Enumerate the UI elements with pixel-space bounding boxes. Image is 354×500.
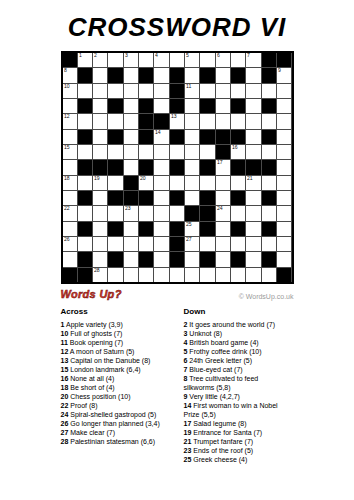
cell-r5c7 bbox=[154, 114, 168, 128]
clue-text: Full of ghosts (7) bbox=[70, 330, 122, 337]
cell-r9c9[interactable] bbox=[185, 176, 199, 190]
clue-text: Entrance for Santa (7) bbox=[193, 429, 262, 436]
clue-num-label: 16 bbox=[61, 375, 69, 382]
cell-r1c9[interactable]: 5 bbox=[185, 53, 199, 67]
cell-r4c9[interactable] bbox=[185, 99, 199, 113]
cell-r4c1[interactable] bbox=[63, 99, 77, 113]
cell-r2c6 bbox=[139, 68, 153, 82]
cell-r10c15[interactable] bbox=[277, 191, 291, 205]
cell-r1c13[interactable]: 7 bbox=[246, 53, 260, 67]
cell-r6c7[interactable]: 14 bbox=[154, 130, 168, 144]
cell-r10c5 bbox=[124, 191, 138, 205]
cell-r9c8[interactable] bbox=[170, 176, 184, 190]
cell-r14c11[interactable] bbox=[216, 252, 230, 266]
cell-r10c1[interactable] bbox=[63, 191, 77, 205]
cell-r9c15[interactable] bbox=[277, 176, 291, 190]
across-clue-12: 12 A moon of Saturn (5) bbox=[61, 347, 184, 356]
cell-r7c6[interactable] bbox=[139, 145, 153, 159]
cell-r7c15[interactable] bbox=[277, 145, 291, 159]
cell-r12c12 bbox=[231, 222, 245, 236]
cell-r4c14 bbox=[262, 99, 276, 113]
cell-r14c8 bbox=[170, 252, 184, 266]
cell-r9c2[interactable] bbox=[78, 176, 92, 190]
cell-r14c10 bbox=[200, 252, 214, 266]
cell-r7c2[interactable] bbox=[78, 145, 92, 159]
clue-number: 11 bbox=[186, 84, 191, 89]
clue-number: 9 bbox=[278, 68, 281, 73]
cell-r1c4[interactable] bbox=[108, 53, 122, 67]
clue-text: A moon of Saturn (5) bbox=[70, 348, 135, 355]
cell-r7c10[interactable] bbox=[200, 145, 214, 159]
cell-r4c7[interactable] bbox=[154, 99, 168, 113]
cell-r3c6[interactable] bbox=[139, 84, 153, 98]
cell-r5c1[interactable]: 12 bbox=[63, 114, 77, 128]
down-clue-25: 25 Greek cheese (4) bbox=[184, 455, 294, 464]
cell-r12c9[interactable]: 25 bbox=[185, 222, 199, 236]
cell-r3c15[interactable] bbox=[277, 84, 291, 98]
cell-r1c6[interactable] bbox=[139, 53, 153, 67]
cell-r2c10 bbox=[200, 68, 214, 82]
cell-r8c14 bbox=[262, 160, 276, 174]
cell-r2c8 bbox=[170, 68, 184, 82]
across-clue-list: 1 Apple variety (3,9)10 Full of ghosts (… bbox=[61, 320, 184, 446]
cell-r13c1[interactable]: 26 bbox=[63, 237, 77, 251]
cell-r1c2[interactable]: 1 bbox=[78, 53, 92, 67]
cell-r7c5[interactable] bbox=[124, 145, 138, 159]
cell-r9c6[interactable]: 20 bbox=[139, 176, 153, 190]
cell-r3c11[interactable] bbox=[216, 84, 230, 98]
cell-r3c12[interactable] bbox=[231, 84, 245, 98]
cell-r6c1[interactable] bbox=[63, 130, 77, 144]
down-clue-8: 8 Tree cultivated to feed silkworms (5,8… bbox=[184, 374, 294, 392]
cell-r14c1[interactable] bbox=[63, 252, 77, 266]
clue-number: 8 bbox=[64, 68, 67, 73]
cell-r6c13[interactable] bbox=[246, 130, 260, 144]
cell-r4c13[interactable] bbox=[246, 99, 260, 113]
cell-r6c5[interactable] bbox=[124, 130, 138, 144]
cell-r14c9[interactable] bbox=[185, 252, 199, 266]
down-clue-5: 5 Frothy coffee drink (10) bbox=[184, 347, 294, 356]
cell-r6c9[interactable] bbox=[185, 130, 199, 144]
cell-r7c14[interactable] bbox=[262, 145, 276, 159]
cell-r12c11[interactable] bbox=[216, 222, 230, 236]
cell-r8c6 bbox=[139, 160, 153, 174]
cell-r4c11[interactable] bbox=[216, 99, 230, 113]
clue-number: 2 bbox=[94, 53, 97, 58]
cell-r11c15[interactable] bbox=[277, 206, 291, 220]
clue-text: Make clear (7) bbox=[70, 429, 115, 436]
clue-num-label: 23 bbox=[184, 447, 192, 454]
cell-r13c14[interactable] bbox=[262, 237, 276, 251]
clue-num-label: 27 bbox=[61, 429, 69, 436]
cell-r6c15[interactable] bbox=[277, 130, 291, 144]
cell-r9c5 bbox=[124, 176, 138, 190]
cell-r3c1[interactable]: 10 bbox=[63, 84, 77, 98]
cell-r3c3[interactable] bbox=[93, 84, 107, 98]
crossword-page: CROSSWORD VI 123456789101112131415161718… bbox=[0, 0, 354, 500]
clue-text: None at all (4) bbox=[70, 375, 114, 382]
cell-r10c7[interactable] bbox=[154, 191, 168, 205]
cell-r11c7[interactable] bbox=[154, 206, 168, 220]
cell-r6c11 bbox=[216, 130, 230, 144]
cell-r14c15[interactable] bbox=[277, 252, 291, 266]
clue-num-label: 25 bbox=[184, 456, 192, 463]
cell-r15c11[interactable] bbox=[216, 268, 230, 282]
clue-num-label: 21 bbox=[184, 438, 192, 445]
cell-r5c12[interactable] bbox=[231, 114, 245, 128]
wordsup-logo: Words Up? bbox=[61, 288, 122, 300]
across-clue-16: 16 None at all (4) bbox=[61, 374, 184, 383]
across-clue-1: 1 Apple variety (3,9) bbox=[61, 320, 184, 329]
clue-number: 20 bbox=[140, 176, 146, 181]
cell-r12c7[interactable] bbox=[154, 222, 168, 236]
clue-num-label: 13 bbox=[61, 357, 69, 364]
cell-r12c4 bbox=[108, 222, 122, 236]
cell-r2c4 bbox=[108, 68, 122, 82]
across-clue-13: 13 Capital on the Danube (8) bbox=[61, 356, 184, 365]
clue-text: Chess position (10) bbox=[70, 393, 130, 400]
cell-r14c13[interactable] bbox=[246, 252, 260, 266]
clue-number: 12 bbox=[64, 114, 70, 119]
across-clue-22: 22 Proof (8) bbox=[61, 401, 184, 410]
cell-r2c12 bbox=[231, 68, 245, 82]
cell-r3c9[interactable]: 11 bbox=[185, 84, 199, 98]
cell-r11c8[interactable] bbox=[170, 206, 184, 220]
clue-num-label: 20 bbox=[61, 393, 69, 400]
cell-r3c13[interactable] bbox=[246, 84, 260, 98]
down-header: Down bbox=[184, 307, 294, 316]
cell-r9c13[interactable]: 21 bbox=[246, 176, 260, 190]
cell-r5c15[interactable] bbox=[277, 114, 291, 128]
cell-r9c3[interactable]: 19 bbox=[93, 176, 107, 190]
cell-r2c15[interactable]: 9 bbox=[277, 68, 291, 82]
cell-r12c2 bbox=[78, 222, 92, 236]
cell-r3c10[interactable] bbox=[200, 84, 214, 98]
cell-r5c11[interactable] bbox=[216, 114, 230, 128]
clue-number: 3 bbox=[125, 53, 128, 58]
clue-num-label: 5 bbox=[184, 348, 188, 355]
cell-r4c4 bbox=[108, 99, 122, 113]
clue-number: 21 bbox=[247, 176, 253, 181]
clue-num-label: 8 bbox=[184, 375, 188, 382]
cell-r8c5[interactable] bbox=[124, 160, 138, 174]
clue-num-label: 12 bbox=[61, 348, 69, 355]
cell-r13c15[interactable] bbox=[277, 237, 291, 251]
cell-r5c4[interactable] bbox=[108, 114, 122, 128]
clue-text: Capital on the Danube (8) bbox=[70, 357, 150, 364]
cell-r11c11[interactable]: 24 bbox=[216, 206, 230, 220]
cell-r4c12 bbox=[231, 99, 245, 113]
cell-r13c2[interactable] bbox=[78, 237, 92, 251]
cell-r13c3[interactable] bbox=[93, 237, 107, 251]
cell-r1c10[interactable] bbox=[200, 53, 214, 67]
cell-r14c3[interactable] bbox=[93, 252, 107, 266]
clue-text: First woman to win a Nobel Prize (5,5) bbox=[184, 402, 278, 418]
clue-text: Greek cheese (4) bbox=[193, 456, 247, 463]
cell-r11c3[interactable] bbox=[93, 206, 107, 220]
cell-r11c6[interactable] bbox=[139, 206, 153, 220]
cell-r12c5[interactable] bbox=[124, 222, 138, 236]
clue-number: 28 bbox=[94, 268, 100, 273]
cell-r12c8 bbox=[170, 222, 184, 236]
cell-r5c13[interactable] bbox=[246, 114, 260, 128]
down-clue-23: 23 Ends of the roof (5) bbox=[184, 446, 294, 455]
cell-r5c2[interactable] bbox=[78, 114, 92, 128]
cell-r7c1[interactable]: 15 bbox=[63, 145, 77, 159]
cell-r1c8[interactable] bbox=[170, 53, 184, 67]
clue-num-label: 4 bbox=[184, 339, 188, 346]
cell-r15c12[interactable] bbox=[231, 268, 245, 282]
cell-r11c14[interactable] bbox=[262, 206, 276, 220]
cell-r13c12[interactable] bbox=[231, 237, 245, 251]
cell-r3c7[interactable] bbox=[154, 84, 168, 98]
clue-number: 25 bbox=[186, 222, 192, 227]
cell-r1c5[interactable]: 3 bbox=[124, 53, 138, 67]
cell-r10c11[interactable] bbox=[216, 191, 230, 205]
cell-r13c9[interactable]: 27 bbox=[185, 237, 199, 251]
cell-r15c1 bbox=[63, 268, 77, 282]
cell-r1c12[interactable] bbox=[231, 53, 245, 67]
cell-r15c2 bbox=[78, 268, 92, 282]
cell-r13c11[interactable] bbox=[216, 237, 230, 251]
down-clue-6: 6 24th Greek letter (5) bbox=[184, 356, 294, 365]
cell-r13c4[interactable] bbox=[108, 237, 122, 251]
clue-number: 24 bbox=[217, 206, 223, 211]
page-title: CROSSWORD VI bbox=[0, 0, 354, 42]
cell-r9c4[interactable] bbox=[108, 176, 122, 190]
cell-r6c10 bbox=[200, 130, 214, 144]
cell-r6c12 bbox=[231, 130, 245, 144]
cell-r5c10[interactable] bbox=[200, 114, 214, 128]
clue-number: 4 bbox=[155, 53, 158, 58]
clue-num-label: 22 bbox=[61, 402, 69, 409]
cell-r2c13[interactable] bbox=[246, 68, 260, 82]
cell-r9c1[interactable]: 18 bbox=[63, 176, 77, 190]
cell-r10c9[interactable] bbox=[185, 191, 199, 205]
cell-r7c11 bbox=[216, 145, 230, 159]
cell-r8c13 bbox=[246, 160, 260, 174]
across-clue-15: 15 London landmark (6,4) bbox=[61, 365, 184, 374]
cell-r6c8 bbox=[170, 130, 184, 144]
cell-r4c10 bbox=[200, 99, 214, 113]
cell-r15c4[interactable] bbox=[108, 268, 122, 282]
cell-r3c2[interactable] bbox=[78, 84, 92, 98]
cell-r15c10[interactable] bbox=[200, 268, 214, 282]
cell-r11c1[interactable]: 22 bbox=[63, 206, 77, 220]
down-clue-list: 2 It goes around the world (7)3 Unknot (… bbox=[184, 320, 294, 464]
cell-r3c5[interactable] bbox=[124, 84, 138, 98]
cell-r5c8[interactable]: 13 bbox=[170, 114, 184, 128]
clue-num-label: 1 bbox=[61, 321, 65, 328]
cell-r10c3[interactable] bbox=[93, 191, 107, 205]
cell-r1c3[interactable]: 2 bbox=[93, 53, 107, 67]
cell-r8c7[interactable] bbox=[154, 160, 168, 174]
cell-r6c14 bbox=[262, 130, 276, 144]
cell-r2c3[interactable] bbox=[93, 68, 107, 82]
cell-r15c14[interactable] bbox=[262, 268, 276, 282]
across-clues: Across 1 Apple variety (3,9)10 Full of g… bbox=[61, 307, 184, 464]
cell-r13c5[interactable] bbox=[124, 237, 138, 251]
cell-r15c6[interactable] bbox=[139, 268, 153, 282]
down-clue-19: 19 Entrance for Santa (7) bbox=[184, 428, 294, 437]
down-clue-2: 2 It goes around the world (7) bbox=[184, 320, 294, 329]
cell-r13c6[interactable] bbox=[139, 237, 153, 251]
cell-r15c13[interactable] bbox=[246, 268, 260, 282]
down-clue-21: 21 Trumpet fanfare (7) bbox=[184, 437, 294, 446]
clue-number: 15 bbox=[64, 145, 70, 150]
cell-r15c5[interactable] bbox=[124, 268, 138, 282]
cell-r7c13[interactable] bbox=[246, 145, 260, 159]
cell-r2c1[interactable]: 8 bbox=[63, 68, 77, 82]
clue-number: 5 bbox=[186, 53, 189, 58]
clue-num-label: 3 bbox=[184, 330, 188, 337]
cell-r12c15[interactable] bbox=[277, 222, 291, 236]
cell-r1c14 bbox=[262, 53, 276, 67]
cell-r2c7[interactable] bbox=[154, 68, 168, 82]
cell-r4c15[interactable] bbox=[277, 99, 291, 113]
down-clues: Down 2 It goes around the world (7)3 Unk… bbox=[184, 307, 294, 464]
clue-number: 18 bbox=[64, 176, 70, 181]
cell-r10c13[interactable] bbox=[246, 191, 260, 205]
cell-r6c3[interactable] bbox=[93, 130, 107, 144]
brand-row: Words Up? © WordsUp.co.uk bbox=[61, 288, 294, 300]
clue-text: It goes around the world (7) bbox=[189, 321, 275, 328]
cell-r4c6 bbox=[139, 99, 153, 113]
cell-r12c3[interactable] bbox=[93, 222, 107, 236]
down-clue-3: 3 Unknot (8) bbox=[184, 329, 294, 338]
across-clue-24: 24 Spiral-shelled gastropod (5) bbox=[61, 410, 184, 419]
cell-r11c4[interactable] bbox=[108, 206, 122, 220]
cell-r1c1 bbox=[63, 53, 77, 67]
clue-text: Spiral-shelled gastropod (5) bbox=[70, 411, 156, 418]
clue-number: 16 bbox=[232, 145, 238, 150]
cell-r10c8 bbox=[170, 191, 184, 205]
cell-r5c5[interactable] bbox=[124, 114, 138, 128]
cell-r15c7[interactable] bbox=[154, 268, 168, 282]
cell-r9c11[interactable] bbox=[216, 176, 230, 190]
cell-r8c9[interactable] bbox=[185, 160, 199, 174]
across-clue-28: 28 Palestinian statesman (6,6) bbox=[61, 437, 184, 446]
cell-r13c13[interactable] bbox=[246, 237, 260, 251]
clue-number: 27 bbox=[186, 237, 192, 242]
clue-num-label: 6 bbox=[184, 357, 188, 364]
cell-r12c13[interactable] bbox=[246, 222, 260, 236]
clue-num-label: 11 bbox=[61, 339, 68, 346]
cell-r8c2 bbox=[78, 160, 92, 174]
clue-num-label: 28 bbox=[61, 438, 69, 445]
cell-r7c9[interactable] bbox=[185, 145, 199, 159]
cell-r7c7[interactable] bbox=[154, 145, 168, 159]
clue-number: 1 bbox=[79, 53, 82, 58]
clue-number: 10 bbox=[64, 84, 70, 89]
cell-r2c5[interactable] bbox=[124, 68, 138, 82]
clue-num-label: 14 bbox=[184, 402, 192, 409]
down-clue-17: 17 Salad legume (8) bbox=[184, 419, 294, 428]
cell-r7c4[interactable] bbox=[108, 145, 122, 159]
clue-num-label: 24 bbox=[61, 411, 69, 418]
cell-r5c3[interactable] bbox=[93, 114, 107, 128]
cell-r8c4 bbox=[108, 160, 122, 174]
cell-r12c10 bbox=[200, 222, 214, 236]
cell-r13c10[interactable] bbox=[200, 237, 214, 251]
cell-r8c11[interactable]: 17 bbox=[216, 160, 230, 174]
cell-r12c1[interactable] bbox=[63, 222, 77, 236]
cell-r8c10 bbox=[200, 160, 214, 174]
cell-r11c12[interactable] bbox=[231, 206, 245, 220]
clue-text: Palestinian statesman (6,6) bbox=[70, 438, 155, 445]
clue-text: Tree cultivated to feed silkworms (5,8) bbox=[184, 375, 259, 391]
clue-num-label: 9 bbox=[184, 393, 188, 400]
cell-r7c3[interactable] bbox=[93, 145, 107, 159]
cell-r5c14[interactable] bbox=[262, 114, 276, 128]
cell-r4c5[interactable] bbox=[124, 99, 138, 113]
clue-section: Across 1 Apple variety (3,9)10 Full of g… bbox=[61, 307, 294, 464]
cell-r9c14[interactable] bbox=[262, 176, 276, 190]
clue-num-label: 19 bbox=[184, 429, 192, 436]
cell-r7c8[interactable] bbox=[170, 145, 184, 159]
across-header: Across bbox=[61, 307, 184, 316]
across-clue-27: 27 Make clear (7) bbox=[61, 428, 184, 437]
cell-r7c12[interactable]: 16 bbox=[231, 145, 245, 159]
cell-r3c14[interactable] bbox=[262, 84, 276, 98]
cell-r9c7[interactable] bbox=[154, 176, 168, 190]
cell-r15c9[interactable] bbox=[185, 268, 199, 282]
clue-number: 13 bbox=[171, 114, 177, 119]
cell-r13c7[interactable] bbox=[154, 237, 168, 251]
clue-text: British board game (4) bbox=[189, 339, 258, 346]
cell-r15c3[interactable]: 28 bbox=[93, 268, 107, 282]
cell-r10c14 bbox=[262, 191, 276, 205]
cell-r1c15 bbox=[277, 53, 291, 67]
clue-num-label: 7 bbox=[184, 366, 188, 373]
clue-number: 23 bbox=[125, 206, 131, 211]
clue-text: Trumpet fanfare (7) bbox=[193, 438, 253, 445]
cell-r9c10[interactable] bbox=[200, 176, 214, 190]
clue-number: 7 bbox=[247, 53, 250, 58]
cell-r11c2[interactable] bbox=[78, 206, 92, 220]
cell-r6c4 bbox=[108, 130, 122, 144]
cell-r1c7[interactable]: 4 bbox=[154, 53, 168, 67]
cell-r9c12[interactable] bbox=[231, 176, 245, 190]
cell-r11c10 bbox=[200, 206, 214, 220]
cell-r6c2 bbox=[78, 130, 92, 144]
cell-r2c9[interactable] bbox=[185, 68, 199, 82]
cell-r11c5[interactable]: 23 bbox=[124, 206, 138, 220]
clue-text: Salad legume (8) bbox=[193, 420, 246, 427]
cell-r4c3[interactable] bbox=[93, 99, 107, 113]
clue-num-label: 18 bbox=[61, 384, 69, 391]
clue-text: Go longer than planned (3,4) bbox=[70, 420, 160, 427]
cell-r11c13[interactable] bbox=[246, 206, 260, 220]
clue-text: Blue-eyed cat (7) bbox=[189, 366, 242, 373]
clue-num-label: 2 bbox=[184, 321, 188, 328]
cell-r2c11[interactable] bbox=[216, 68, 230, 82]
cell-r5c6 bbox=[139, 114, 153, 128]
cell-r15c8[interactable] bbox=[170, 268, 184, 282]
cell-r14c5[interactable] bbox=[124, 252, 138, 266]
clue-num-label: 15 bbox=[61, 366, 69, 373]
crossword-grid: 1234567891011121314151617181920212223242… bbox=[61, 51, 294, 284]
clue-text: Very little (4,2,7) bbox=[189, 393, 240, 400]
cell-r3c4[interactable] bbox=[108, 84, 122, 98]
cell-r11c9 bbox=[185, 206, 199, 220]
cell-r1c11[interactable]: 6 bbox=[216, 53, 230, 67]
cell-r8c1[interactable] bbox=[63, 160, 77, 174]
cell-r8c15[interactable] bbox=[277, 160, 291, 174]
cell-r10c4 bbox=[108, 191, 122, 205]
cell-r14c7[interactable] bbox=[154, 252, 168, 266]
cell-r5c9[interactable] bbox=[185, 114, 199, 128]
